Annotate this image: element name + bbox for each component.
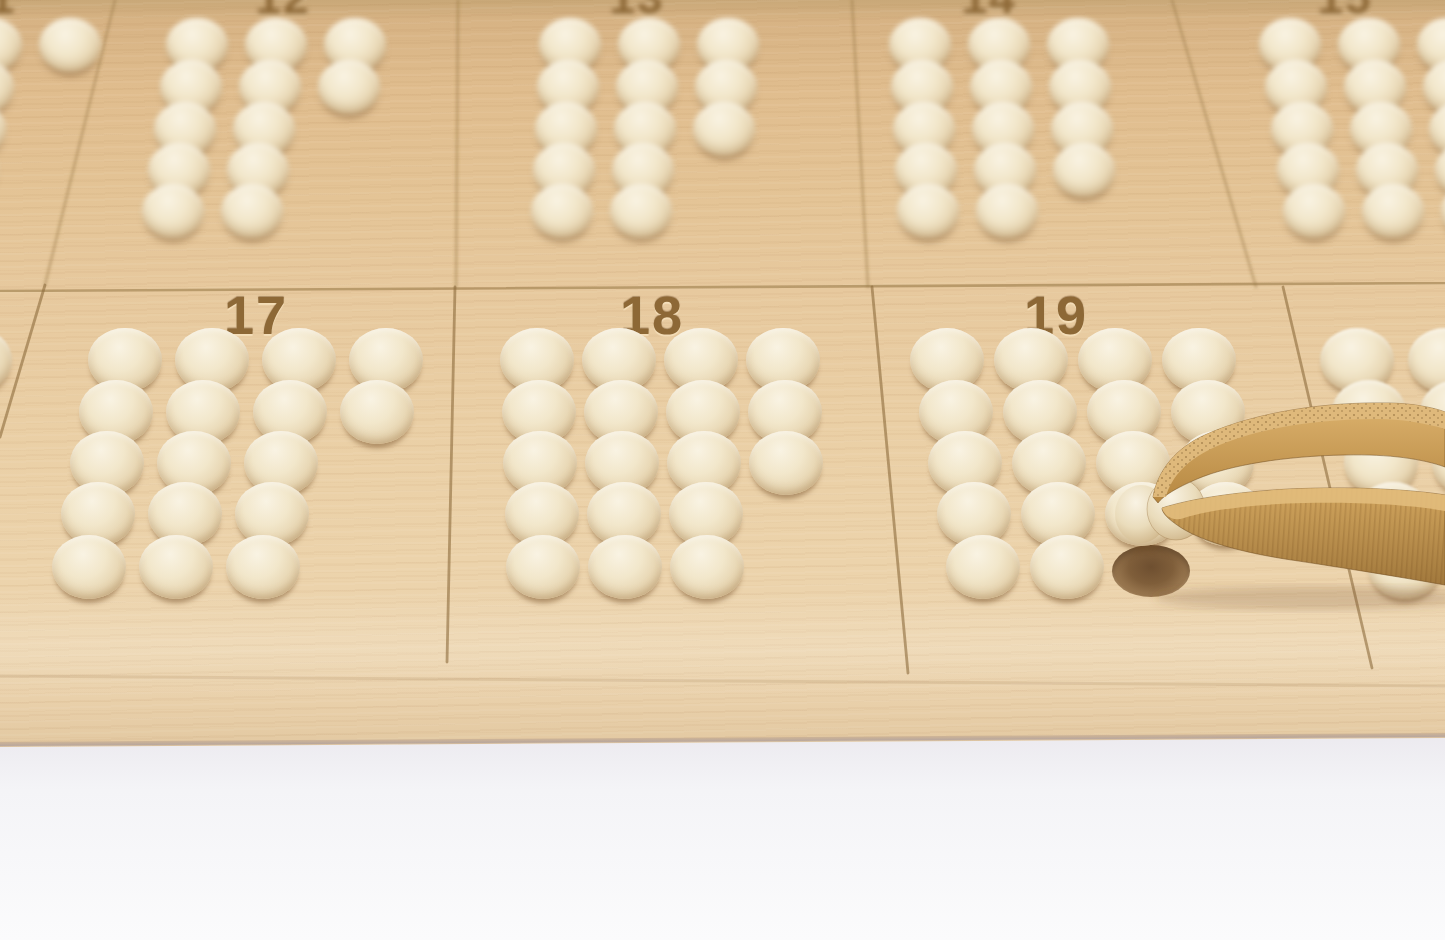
bamboo-tongs-layer xyxy=(0,0,1445,940)
tongs-shadow xyxy=(1155,586,1445,610)
counting-board-photo: 11121314151617181920 xyxy=(0,0,1445,940)
tongs-lower-arm[interactable] xyxy=(1162,488,1445,585)
